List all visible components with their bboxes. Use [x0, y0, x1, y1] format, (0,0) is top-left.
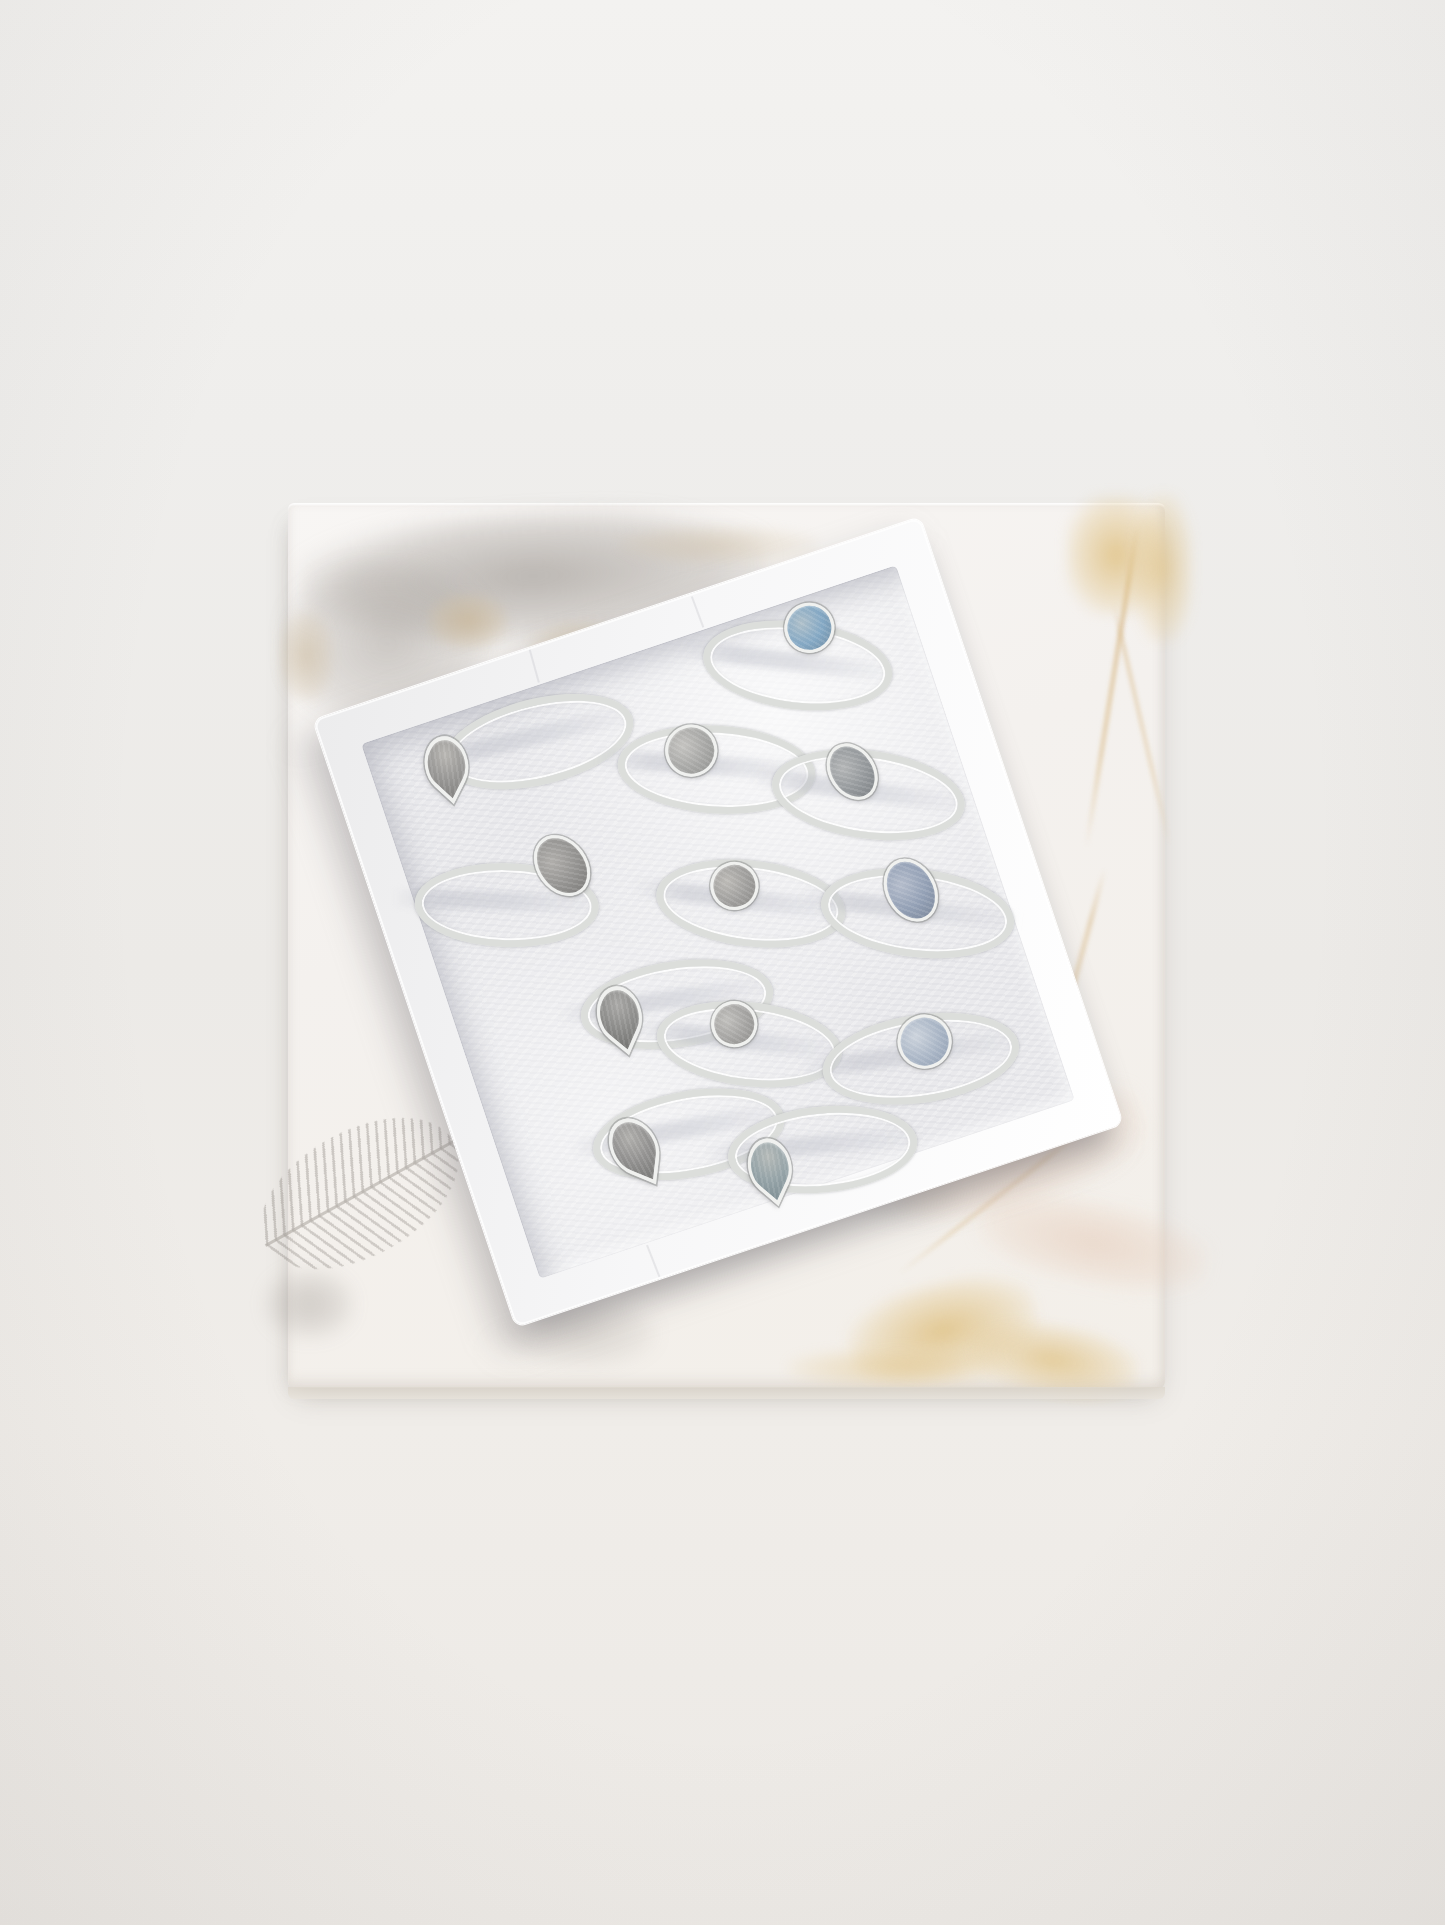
photo-stage [0, 0, 1445, 1925]
marble-front-edge [288, 1387, 1165, 1399]
ring-band [434, 677, 643, 806]
marble-tan-blotch [428, 593, 508, 649]
marble-gold-patch [1133, 493, 1193, 643]
marble-tan-blotch [618, 525, 818, 565]
marble-grey-smudge [264, 1269, 354, 1339]
marble-tan-blotch [278, 611, 334, 701]
marble-gold-patch [788, 1348, 1008, 1388]
